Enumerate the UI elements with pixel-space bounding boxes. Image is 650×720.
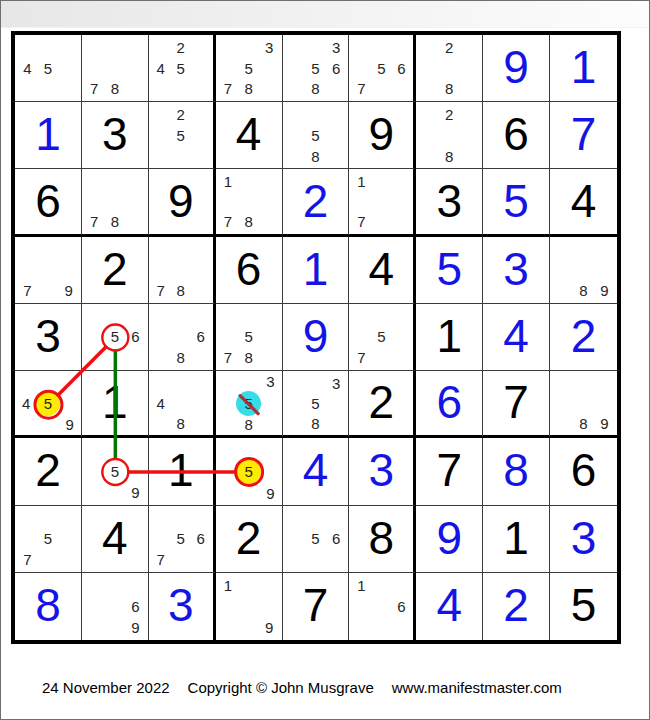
- candidate-slot: [38, 239, 59, 260]
- candidate-slot: 1: [351, 171, 371, 191]
- cell-r8c1[interactable]: 57: [15, 506, 82, 573]
- candidate-slot: [58, 508, 79, 529]
- candidate-2: 2: [445, 107, 453, 122]
- cell-r9c8[interactable]: 2: [483, 573, 550, 640]
- solved-digit: 7: [571, 111, 597, 157]
- cell-r6c5[interactable]: 358: [283, 371, 350, 438]
- cell-r2c5[interactable]: 58: [283, 102, 350, 169]
- cell-r4c8[interactable]: 3: [483, 237, 550, 304]
- candidate-5: 5: [311, 61, 319, 76]
- candidate-2: 2: [177, 107, 185, 122]
- cell-r2c6[interactable]: 9: [349, 102, 416, 169]
- candidate-slot: [259, 192, 280, 212]
- cell-r1c6[interactable]: 567: [349, 35, 416, 102]
- candidate-slot: [418, 58, 439, 79]
- candidate-slot: [125, 347, 146, 368]
- candidate-slot: [218, 459, 236, 484]
- candidate-slot: [371, 212, 391, 232]
- candidate-6: 6: [196, 531, 204, 546]
- candidate-slot: [594, 373, 615, 393]
- candidate-slot: [259, 306, 280, 327]
- cell-r9c2[interactable]: 69: [82, 573, 149, 640]
- cell-r3c1[interactable]: 6: [15, 169, 82, 236]
- candidate-slot: [151, 259, 171, 280]
- cell-r8c5[interactable]: 56: [283, 506, 350, 573]
- candidate-slot: [105, 58, 126, 79]
- candidate-slot: 8: [238, 78, 259, 99]
- candidate-slot: [84, 482, 105, 503]
- candidate-slot: [371, 37, 391, 58]
- candidate-8: 8: [244, 350, 252, 365]
- cell-r3c4[interactable]: 178: [216, 169, 283, 236]
- cell-r5c2[interactable]: 56: [82, 304, 149, 371]
- cell-r8c7[interactable]: 9: [416, 506, 483, 573]
- candidates: 56: [82, 304, 148, 370]
- candidate-slot: [191, 373, 211, 393]
- cell-r4c4[interactable]: 6: [216, 237, 283, 304]
- cell-r2c7[interactable]: 28: [416, 102, 483, 169]
- candidate-slot: [371, 171, 391, 191]
- candidate-slot: [191, 347, 211, 368]
- candidate-slot: [460, 37, 481, 58]
- cell-r8c2[interactable]: 4: [82, 506, 149, 573]
- cell-r1c2[interactable]: 78: [82, 35, 149, 102]
- cell-r3c8[interactable]: 5: [483, 169, 550, 236]
- candidate-slot: [171, 78, 191, 99]
- candidate-slot: [326, 146, 347, 167]
- candidates: 58: [283, 102, 349, 168]
- cell-r5c5[interactable]: 9: [283, 304, 350, 371]
- cell-r5c7[interactable]: 1: [416, 304, 483, 371]
- candidate-slot: [58, 239, 79, 260]
- candidate-slot: [151, 37, 171, 58]
- cell-r2c8[interactable]: 6: [483, 102, 550, 169]
- cell-r5c4[interactable]: 578: [216, 304, 283, 371]
- candidate-slot: [171, 306, 191, 327]
- candidate-8: 8: [311, 416, 319, 431]
- cell-r1c9[interactable]: 1: [550, 35, 617, 102]
- cell-r6c9[interactable]: 89: [550, 371, 617, 438]
- candidate-slot: [305, 508, 326, 529]
- candidate-5: 5: [377, 61, 385, 76]
- candidate-slot: [285, 373, 306, 393]
- cell-r7c3[interactable]: 1: [149, 438, 216, 505]
- candidate-slot: [418, 104, 439, 125]
- candidate-slot: [84, 327, 105, 348]
- given-digit: 2: [236, 515, 262, 561]
- candidate-slot: [594, 259, 615, 280]
- candidate-slot: [391, 78, 411, 99]
- candidate-slot: 7: [151, 280, 171, 301]
- cell-r7c9[interactable]: 6: [550, 438, 617, 505]
- candidate-slot: [191, 104, 211, 125]
- cell-r7c8[interactable]: 8: [483, 438, 550, 505]
- given-digit: 4: [236, 111, 262, 157]
- footer-website[interactable]: www.manifestmaster.com: [392, 679, 562, 696]
- candidate-slot: [326, 125, 347, 146]
- cell-r3c5[interactable]: 2: [283, 169, 350, 236]
- candidate-slot: [460, 78, 481, 99]
- candidate-slot: [418, 146, 439, 167]
- candidates: 19: [216, 573, 282, 640]
- cell-r7c6[interactable]: 3: [349, 438, 416, 505]
- candidates: 3578: [216, 35, 282, 101]
- candidates: 57: [15, 506, 81, 572]
- candidate-slot: [351, 37, 371, 58]
- candidate-slot: [371, 575, 391, 596]
- candidate-slot: [371, 78, 391, 99]
- solved-digit: 2: [571, 313, 597, 359]
- candidate-slot: [460, 58, 481, 79]
- candidate-slot: [151, 373, 171, 393]
- candidate-slot: 1: [218, 171, 239, 191]
- candidate-slot: 2: [171, 37, 191, 58]
- candidate-4: 4: [157, 396, 165, 411]
- candidate-slot: 8: [439, 146, 460, 167]
- cell-r3c6[interactable]: 17: [349, 169, 416, 236]
- candidate-9: 9: [64, 283, 72, 298]
- cell-r6c7[interactable]: 6: [416, 371, 483, 438]
- candidate-slot: 8: [105, 212, 126, 232]
- sudoku-board: 4578245357835685672891132545892867678917…: [11, 31, 621, 644]
- candidate-slot: [285, 393, 306, 413]
- cell-r6c3[interactable]: 48: [149, 371, 216, 438]
- cell-r3c2[interactable]: 78: [82, 169, 149, 236]
- candidates: 89: [550, 237, 617, 303]
- candidate-slot: 9: [58, 280, 79, 301]
- candidate-6: 6: [397, 599, 405, 614]
- candidate-slot: [259, 596, 280, 617]
- candidate-slot: [326, 549, 347, 570]
- candidates: 17: [349, 169, 413, 233]
- candidate-slot: [418, 125, 439, 146]
- given-digit: 7: [503, 379, 529, 425]
- cell-r4c6[interactable]: 4: [349, 237, 416, 304]
- cell-r5c8[interactable]: 4: [483, 304, 550, 371]
- candidate-slot: 5: [38, 58, 59, 79]
- candidate-slot: 6: [391, 596, 411, 617]
- cell-r7c2[interactable]: 59: [82, 438, 149, 505]
- cell-r1c4[interactable]: 3578: [216, 35, 283, 102]
- candidate-8: 8: [579, 283, 587, 298]
- candidate-6: 6: [131, 599, 139, 614]
- candidate-slot: [151, 306, 171, 327]
- candidates: 59: [82, 438, 148, 504]
- cell-r7c7[interactable]: 7: [416, 438, 483, 505]
- candidate-slot: [391, 37, 411, 58]
- candidate-slot: 5: [35, 391, 60, 416]
- cell-r9c3[interactable]: 3: [149, 573, 216, 640]
- cell-r5c6[interactable]: 57: [349, 304, 416, 371]
- candidate-slot: [191, 239, 211, 260]
- candidate-slot: [105, 575, 126, 596]
- candidate-5: 5: [244, 329, 252, 344]
- candidate-slot: [17, 508, 38, 529]
- cell-r7c5[interactable]: 4: [283, 438, 350, 505]
- candidates: 567: [349, 35, 413, 101]
- candidate-8: 8: [177, 350, 185, 365]
- candidate-slot: [17, 373, 35, 391]
- candidate-slot: [326, 78, 347, 99]
- candidates: 78: [149, 237, 213, 303]
- cell-r1c1[interactable]: 45: [15, 35, 82, 102]
- candidate-slot: [259, 58, 280, 79]
- candidate-slot: [326, 393, 347, 413]
- candidate-slot: [552, 413, 573, 433]
- candidate-7: 7: [357, 214, 365, 229]
- cell-r1c7[interactable]: 28: [416, 35, 483, 102]
- cell-r4c9[interactable]: 89: [550, 237, 617, 304]
- given-digit: 3: [436, 178, 462, 224]
- candidate-slot: [391, 171, 411, 191]
- cell-r6c4[interactable]: 358: [216, 371, 283, 438]
- candidate-slot: [573, 373, 594, 393]
- candidate-slot: 4: [17, 391, 35, 416]
- candidate-slot: [171, 373, 191, 393]
- candidate-slot: [259, 575, 280, 596]
- candidate-slot: 6: [391, 58, 411, 79]
- candidates: 358: [283, 371, 349, 435]
- candidate-slot: [218, 58, 239, 79]
- candidate-slot: 7: [17, 280, 38, 301]
- candidate-8: 8: [177, 283, 185, 298]
- cell-r7c4[interactable]: 59: [216, 438, 283, 505]
- candidate-5: 5: [311, 128, 319, 143]
- candidate-slot: [218, 596, 239, 617]
- candidate-slot: 6: [326, 58, 347, 79]
- cell-r2c2[interactable]: 3: [82, 102, 149, 169]
- candidate-slot: [305, 37, 326, 58]
- cell-r6c1[interactable]: 459: [15, 371, 82, 438]
- solved-digit: 6: [436, 379, 462, 425]
- cell-r2c4[interactable]: 4: [216, 102, 283, 169]
- candidate-slot: [151, 125, 171, 146]
- candidate-slot: [552, 280, 573, 301]
- candidate-slot: [285, 146, 306, 167]
- cell-r1c5[interactable]: 3568: [283, 35, 350, 102]
- cell-r6c2[interactable]: 1: [82, 371, 149, 438]
- cell-r6c6[interactable]: 2: [349, 371, 416, 438]
- candidate-slot: [171, 393, 191, 413]
- cell-r6c8[interactable]: 7: [483, 371, 550, 438]
- candidate-slot: [236, 373, 261, 391]
- cell-r4c1[interactable]: 79: [15, 237, 82, 304]
- solved-digit: 5: [436, 246, 462, 292]
- candidate-slot: [17, 416, 35, 434]
- candidate-slot: 8: [105, 78, 126, 99]
- candidate-slot: [418, 37, 439, 58]
- cell-r3c3[interactable]: 9: [149, 169, 216, 236]
- candidate-slot: 8: [305, 78, 326, 99]
- candidate-slot: [552, 239, 573, 260]
- candidate-7: 7: [23, 552, 31, 567]
- candidate-slot: [125, 212, 146, 232]
- candidate-slot: 5: [105, 461, 126, 482]
- candidate-slot: [84, 575, 105, 596]
- cell-r2c9[interactable]: 7: [550, 102, 617, 169]
- candidate-slot: [84, 440, 105, 461]
- candidate-9: 9: [131, 485, 139, 500]
- candidate-slot: [305, 549, 326, 570]
- candidate-slot: [60, 373, 78, 391]
- candidate-slot: [391, 192, 411, 212]
- candidate-slot: 6: [326, 528, 347, 549]
- candidate-slot: [573, 259, 594, 280]
- candidate-slot: [218, 617, 239, 638]
- candidate-3: 3: [332, 40, 340, 55]
- candidate-slot: 5: [305, 393, 326, 413]
- candidates: 245: [149, 35, 213, 101]
- candidates: 3568: [283, 35, 349, 101]
- solved-digit: 2: [303, 178, 329, 224]
- candidate-9: 9: [265, 620, 273, 635]
- cell-r4c3[interactable]: 78: [149, 237, 216, 304]
- candidate-slot: 8: [573, 413, 594, 433]
- candidate-3: 3: [332, 376, 340, 391]
- candidate-slot: 7: [351, 78, 371, 99]
- cell-r4c7[interactable]: 5: [416, 237, 483, 304]
- candidate-slot: [218, 373, 236, 391]
- title-bar: [1, 1, 650, 28]
- cell-r9c6[interactable]: 16: [349, 573, 416, 640]
- candidate-9: 9: [600, 416, 608, 431]
- candidate-slot: [460, 146, 481, 167]
- cell-r8c8[interactable]: 1: [483, 506, 550, 573]
- candidate-8: 8: [111, 81, 119, 96]
- given-digit: 3: [35, 313, 61, 359]
- footer: 24 November 2022 Copyright © John Musgra…: [42, 679, 562, 696]
- candidate-slot: [218, 327, 239, 348]
- given-digit: 9: [369, 111, 395, 157]
- cell-r8c9[interactable]: 3: [550, 506, 617, 573]
- candidate-slot: [191, 306, 211, 327]
- candidate-4: 4: [157, 61, 165, 76]
- candidate-slot: [191, 393, 211, 413]
- candidate-slot: 8: [573, 280, 594, 301]
- solved-digit: 9: [503, 44, 529, 90]
- candidates: 57: [349, 304, 413, 370]
- candidate-slot: [238, 37, 259, 58]
- candidate-1: 1: [224, 578, 232, 593]
- cell-r1c3[interactable]: 245: [149, 35, 216, 102]
- candidate-slot: [191, 549, 211, 570]
- candidate-slot: [125, 58, 146, 79]
- candidate-6: 6: [196, 329, 204, 344]
- cell-r9c4[interactable]: 19: [216, 573, 283, 640]
- candidate-slot: [305, 373, 326, 393]
- candidate-slot: [218, 440, 236, 459]
- cell-r9c5[interactable]: 7: [283, 573, 350, 640]
- candidate-slot: [17, 259, 38, 280]
- candidate-slot: [125, 440, 146, 461]
- cell-r4c2[interactable]: 2: [82, 237, 149, 304]
- candidate-slot: [236, 484, 261, 503]
- candidate-slot: [326, 413, 347, 433]
- candidate-slot: [238, 171, 259, 191]
- given-digit: 6: [571, 447, 597, 493]
- cell-r8c4[interactable]: 2: [216, 506, 283, 573]
- candidate-8: 8: [244, 417, 252, 432]
- candidate-slot: 5: [236, 391, 261, 416]
- given-digit: 6: [236, 246, 262, 292]
- cell-r3c7[interactable]: 3: [416, 169, 483, 236]
- candidate-slot: [38, 78, 59, 99]
- candidate-5: 5: [311, 396, 319, 411]
- candidate-slot: 5: [238, 58, 259, 79]
- candidate-slot: 6: [191, 327, 211, 348]
- candidate-slot: [391, 617, 411, 638]
- candidate-8: 8: [579, 416, 587, 431]
- footer-date: 24 November 2022: [42, 679, 170, 696]
- candidate-slot: [391, 347, 411, 368]
- candidate-slot: [105, 37, 126, 58]
- candidate-slot: [218, 192, 239, 212]
- candidates: 28: [416, 102, 482, 168]
- candidate-5: 5: [111, 329, 119, 344]
- candidate-7: 7: [157, 283, 165, 298]
- cell-r8c6[interactable]: 8: [349, 506, 416, 573]
- candidate-8: 8: [244, 214, 252, 229]
- candidate-slot: [261, 459, 279, 484]
- cell-r9c7[interactable]: 4: [416, 573, 483, 640]
- candidate-slot: [552, 393, 573, 413]
- solved-digit: 4: [303, 447, 329, 493]
- candidate-slot: 8: [305, 146, 326, 167]
- given-digit: 6: [35, 178, 61, 224]
- candidate-1: 1: [357, 578, 365, 593]
- candidate-5: 5: [177, 531, 185, 546]
- cell-r3c9[interactable]: 4: [550, 169, 617, 236]
- candidate-slot: [261, 391, 279, 416]
- cell-r9c1[interactable]: 8: [15, 573, 82, 640]
- candidate-8: 8: [445, 81, 453, 96]
- candidate-slot: 9: [125, 482, 146, 503]
- candidate-slot: [58, 528, 79, 549]
- candidate-slot: [573, 393, 594, 413]
- candidate-slot: [460, 125, 481, 146]
- candidate-slot: 4: [17, 58, 38, 79]
- candidate-slot: [218, 391, 236, 416]
- cell-r9c9[interactable]: 5: [550, 573, 617, 640]
- cell-r2c3[interactable]: 25: [149, 102, 216, 169]
- cell-r8c3[interactable]: 567: [149, 506, 216, 573]
- candidate-slot: [171, 146, 191, 167]
- candidate-slot: 3: [326, 37, 347, 58]
- cell-r2c1[interactable]: 1: [15, 102, 82, 169]
- cell-r7c1[interactable]: 2: [15, 438, 82, 505]
- candidates: 78: [82, 169, 148, 233]
- candidate-slot: [105, 482, 126, 503]
- candidate-slot: 5: [305, 125, 326, 146]
- candidate-slot: [439, 125, 460, 146]
- cell-r1c8[interactable]: 9: [483, 35, 550, 102]
- cell-r4c5[interactable]: 1: [283, 237, 350, 304]
- solved-digit: 8: [503, 447, 529, 493]
- candidate-slot: [285, 528, 306, 549]
- candidates: 45: [15, 35, 81, 101]
- candidate-9: 9: [65, 417, 73, 432]
- cell-r5c1[interactable]: 3: [15, 304, 82, 371]
- cell-r5c3[interactable]: 68: [149, 304, 216, 371]
- cell-r5c9[interactable]: 2: [550, 304, 617, 371]
- candidates: 25: [149, 102, 213, 168]
- candidate-slot: [238, 306, 259, 327]
- candidates: 56: [283, 506, 349, 572]
- candidate-slot: [391, 212, 411, 232]
- candidate-slot: [84, 461, 105, 482]
- candidate-slot: [125, 306, 146, 327]
- candidate-slot: 2: [439, 37, 460, 58]
